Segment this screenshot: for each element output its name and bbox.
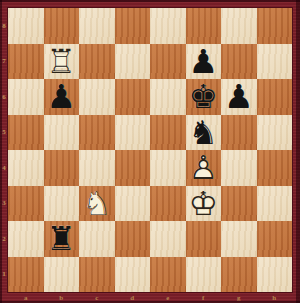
square-e5[interactable] — [150, 115, 186, 151]
square-b2[interactable]: ♖♜ — [44, 221, 80, 257]
black-pawn-icon: ♟ — [186, 44, 221, 79]
square-b7[interactable]: ♜♖ — [44, 44, 80, 80]
square-b8[interactable] — [44, 8, 80, 44]
square-c4[interactable] — [79, 150, 115, 186]
square-c1[interactable] — [79, 257, 115, 293]
rank-label-6: 6 — [0, 79, 8, 115]
square-d8[interactable] — [115, 8, 151, 44]
file-label-g: g — [221, 292, 257, 303]
square-c2[interactable] — [79, 221, 115, 257]
square-b4[interactable] — [44, 150, 80, 186]
square-d2[interactable] — [115, 221, 151, 257]
white-rook-icon: ♖ — [44, 44, 79, 79]
rank-label-2: 2 — [0, 221, 8, 257]
black-knight-icon: ♞ — [186, 115, 221, 150]
square-d1[interactable] — [115, 257, 151, 293]
square-a5[interactable] — [8, 115, 44, 151]
white-pawn-icon: ♙ — [186, 150, 221, 185]
black-knight-f5[interactable]: ♘♞ — [186, 115, 221, 150]
square-c5[interactable] — [79, 115, 115, 151]
square-f6[interactable]: ♔♚ — [186, 79, 222, 115]
square-a1[interactable] — [8, 257, 44, 293]
square-c8[interactable] — [79, 8, 115, 44]
rank-label-8: 8 — [0, 8, 8, 44]
white-knight-icon: ♘ — [79, 186, 114, 221]
square-h8[interactable] — [257, 8, 293, 44]
square-d7[interactable] — [115, 44, 151, 80]
square-f8[interactable] — [186, 8, 222, 44]
square-b3[interactable] — [44, 186, 80, 222]
square-e1[interactable] — [150, 257, 186, 293]
black-pawn-f7[interactable]: ♙♟ — [186, 44, 221, 79]
square-c6[interactable] — [79, 79, 115, 115]
square-d3[interactable] — [115, 186, 151, 222]
square-f2[interactable] — [186, 221, 222, 257]
square-a4[interactable] — [8, 150, 44, 186]
square-h3[interactable] — [257, 186, 293, 222]
white-king-icon: ♔ — [186, 186, 221, 221]
chess-board-frame: ♜♖♙♟♙♟♔♚♙♟♘♞♟♙♞♘♚♔♖♜ 87654321 abcdefgh — [0, 0, 300, 303]
square-d5[interactable] — [115, 115, 151, 151]
file-label-d: d — [115, 292, 151, 303]
rank-label-3: 3 — [0, 186, 8, 222]
square-g5[interactable] — [221, 115, 257, 151]
black-king-f6[interactable]: ♔♚ — [186, 79, 221, 114]
square-e2[interactable] — [150, 221, 186, 257]
square-d4[interactable] — [115, 150, 151, 186]
square-g7[interactable] — [221, 44, 257, 80]
square-g4[interactable] — [221, 150, 257, 186]
black-rook-icon: ♜ — [44, 221, 79, 256]
file-label-c: c — [79, 292, 115, 303]
black-rook-b2[interactable]: ♖♜ — [44, 221, 79, 256]
square-d6[interactable] — [115, 79, 151, 115]
square-a7[interactable] — [8, 44, 44, 80]
square-f1[interactable] — [186, 257, 222, 293]
chess-board: ♜♖♙♟♙♟♔♚♙♟♘♞♟♙♞♘♚♔♖♜ — [8, 8, 292, 292]
square-e7[interactable] — [150, 44, 186, 80]
square-a3[interactable] — [8, 186, 44, 222]
square-e6[interactable] — [150, 79, 186, 115]
square-f4[interactable]: ♟♙ — [186, 150, 222, 186]
square-f5[interactable]: ♘♞ — [186, 115, 222, 151]
square-a6[interactable] — [8, 79, 44, 115]
white-rook-b7[interactable]: ♜♖ — [44, 44, 79, 79]
square-h2[interactable] — [257, 221, 293, 257]
rank-label-1: 1 — [0, 257, 8, 293]
square-g8[interactable] — [221, 8, 257, 44]
square-g3[interactable] — [221, 186, 257, 222]
square-h7[interactable] — [257, 44, 293, 80]
square-h6[interactable] — [257, 79, 293, 115]
black-king-icon: ♚ — [186, 79, 221, 114]
square-c3[interactable]: ♞♘ — [79, 186, 115, 222]
white-king-f3[interactable]: ♚♔ — [186, 186, 221, 221]
square-h4[interactable] — [257, 150, 293, 186]
square-a2[interactable] — [8, 221, 44, 257]
square-e3[interactable] — [150, 186, 186, 222]
white-knight-c3[interactable]: ♞♘ — [79, 186, 114, 221]
black-pawn-b6[interactable]: ♙♟ — [44, 79, 79, 114]
square-g2[interactable] — [221, 221, 257, 257]
black-pawn-icon: ♟ — [221, 79, 256, 114]
square-b1[interactable] — [44, 257, 80, 293]
file-label-f: f — [186, 292, 222, 303]
black-pawn-icon: ♟ — [44, 79, 79, 114]
square-e4[interactable] — [150, 150, 186, 186]
white-pawn-f4[interactable]: ♟♙ — [186, 150, 221, 185]
file-label-e: e — [150, 292, 186, 303]
square-h1[interactable] — [257, 257, 293, 293]
square-c7[interactable] — [79, 44, 115, 80]
square-b5[interactable] — [44, 115, 80, 151]
file-label-a: a — [8, 292, 44, 303]
square-a8[interactable] — [8, 8, 44, 44]
black-pawn-g6[interactable]: ♙♟ — [221, 79, 256, 114]
rank-label-7: 7 — [0, 44, 8, 80]
square-e8[interactable] — [150, 8, 186, 44]
rank-label-4: 4 — [0, 150, 8, 186]
rank-label-5: 5 — [0, 115, 8, 151]
square-b6[interactable]: ♙♟ — [44, 79, 80, 115]
square-f7[interactable]: ♙♟ — [186, 44, 222, 80]
file-label-b: b — [44, 292, 80, 303]
file-label-h: h — [257, 292, 293, 303]
square-h5[interactable] — [257, 115, 293, 151]
square-f3[interactable]: ♚♔ — [186, 186, 222, 222]
square-g6[interactable]: ♙♟ — [221, 79, 257, 115]
square-g1[interactable] — [221, 257, 257, 293]
